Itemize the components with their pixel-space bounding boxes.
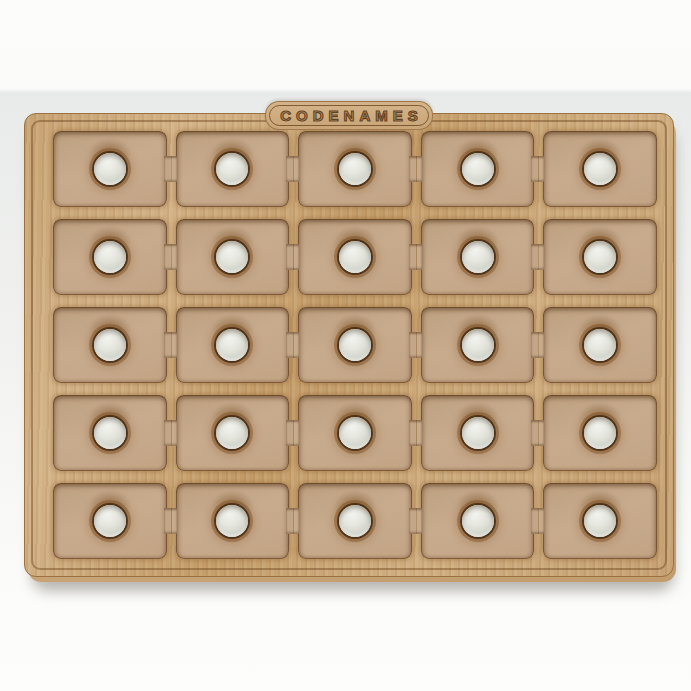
- card-slot-r4c2[interactable]: [176, 395, 290, 471]
- finger-hole: [462, 329, 494, 361]
- card-slot-r1c3[interactable]: [298, 131, 412, 207]
- card-slot-r4c3[interactable]: [298, 395, 412, 471]
- finger-hole: [462, 417, 494, 449]
- finger-hole: [339, 241, 371, 273]
- card-slot-r2c5[interactable]: [543, 219, 657, 295]
- card-slot-r1c1[interactable]: [53, 131, 167, 207]
- card-slot-r5c4[interactable]: [421, 483, 535, 559]
- card-grid: [53, 131, 657, 559]
- finger-hole: [584, 417, 616, 449]
- finger-hole: [339, 153, 371, 185]
- finger-hole: [339, 505, 371, 537]
- finger-hole: [94, 153, 126, 185]
- card-slot-r5c1[interactable]: [53, 483, 167, 559]
- card-slot-r1c2[interactable]: [176, 131, 290, 207]
- finger-hole: [216, 505, 248, 537]
- card-slot-r4c5[interactable]: [543, 395, 657, 471]
- finger-hole: [216, 241, 248, 273]
- finger-hole: [94, 417, 126, 449]
- card-slot-r4c1[interactable]: [53, 395, 167, 471]
- finger-hole: [462, 153, 494, 185]
- finger-hole: [216, 329, 248, 361]
- card-slot-r1c4[interactable]: [421, 131, 535, 207]
- finger-hole: [462, 241, 494, 273]
- card-slot-r3c4[interactable]: [421, 307, 535, 383]
- card-slot-r3c5[interactable]: [543, 307, 657, 383]
- card-slot-r2c4[interactable]: [421, 219, 535, 295]
- codenames-card-tray: CODENAMES: [24, 113, 674, 577]
- card-slot-r5c3[interactable]: [298, 483, 412, 559]
- card-slot-r3c2[interactable]: [176, 307, 290, 383]
- finger-hole: [216, 153, 248, 185]
- finger-hole: [216, 417, 248, 449]
- card-slot-r5c5[interactable]: [543, 483, 657, 559]
- card-slot-r5c2[interactable]: [176, 483, 290, 559]
- card-slot-r3c3[interactable]: [298, 307, 412, 383]
- finger-hole: [339, 417, 371, 449]
- card-slot-r2c2[interactable]: [176, 219, 290, 295]
- card-slot-r4c4[interactable]: [421, 395, 535, 471]
- finger-hole: [94, 241, 126, 273]
- finger-hole: [584, 505, 616, 537]
- finger-hole: [584, 153, 616, 185]
- card-slot-r2c3[interactable]: [298, 219, 412, 295]
- finger-hole: [94, 505, 126, 537]
- card-slot-r2c1[interactable]: [53, 219, 167, 295]
- photo-background: CODENAMES: [0, 0, 691, 691]
- tray-wrapper: CODENAMES: [24, 113, 672, 575]
- card-slot-r3c1[interactable]: [53, 307, 167, 383]
- title-plaque: CODENAMES: [265, 101, 433, 130]
- card-slot-r1c5[interactable]: [543, 131, 657, 207]
- title-text: CODENAMES: [275, 107, 423, 124]
- finger-hole: [94, 329, 126, 361]
- finger-hole: [339, 329, 371, 361]
- finger-hole: [584, 329, 616, 361]
- finger-hole: [462, 505, 494, 537]
- finger-hole: [584, 241, 616, 273]
